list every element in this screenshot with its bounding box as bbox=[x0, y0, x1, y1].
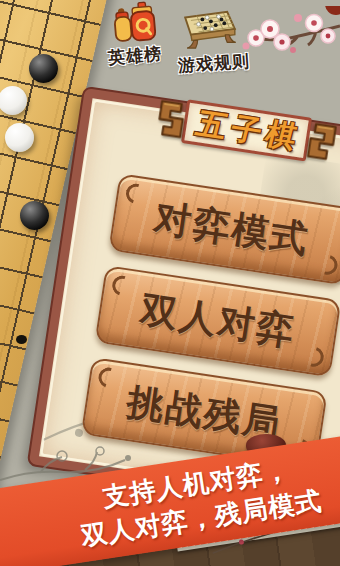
wood-curl-icon bbox=[314, 251, 340, 278]
wood-curl-icon bbox=[300, 343, 327, 370]
wood-curl-icon bbox=[109, 272, 136, 299]
wood-curl-icon bbox=[123, 180, 150, 207]
two-player-label: 双人对弈 bbox=[137, 285, 299, 358]
go-table-icon bbox=[178, 8, 242, 50]
blossom-flowers bbox=[243, 14, 336, 53]
go-stone-white bbox=[5, 123, 34, 152]
wood-curl-icon bbox=[95, 364, 122, 391]
hero-ranking-button[interactable]: 英雄榜 bbox=[108, 2, 172, 67]
play-mode-label: 对弈模式 bbox=[151, 193, 313, 266]
firecracker-trophy-icon bbox=[106, 0, 168, 48]
cherry-blossom-branch bbox=[236, 6, 340, 66]
go-stone-black bbox=[29, 54, 58, 83]
hero-ranking-label: 英雄榜 bbox=[107, 41, 173, 69]
board-star-point bbox=[16, 335, 27, 344]
app-title: 五子棋 bbox=[187, 102, 306, 158]
meander-ornament-right-icon bbox=[300, 114, 340, 168]
go-stone-black bbox=[20, 201, 49, 230]
app-screen: 五子棋 对弈模式 双人对弈 挑战残局 支持人机对弈， 双人对弈，残局模式 bbox=[0, 0, 340, 566]
